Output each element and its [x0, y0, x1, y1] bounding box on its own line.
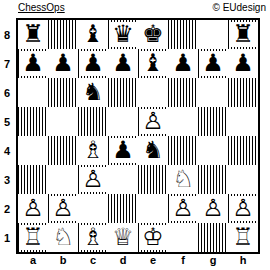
rank-label-8: 8 — [0, 20, 14, 49]
rank-labels: 87654321 — [0, 20, 14, 252]
black-pawn-d4: ♟ — [112, 138, 134, 163]
white-pawn-b2: ♙ — [52, 196, 74, 221]
piece-patch: ♝ — [80, 22, 106, 47]
square-b2: ♙ — [48, 194, 78, 223]
square-h7: ♟ — [228, 49, 258, 78]
piece-patch: ♟ — [230, 51, 256, 76]
rank-label-4: 4 — [0, 136, 14, 165]
file-label-f: f — [168, 253, 198, 267]
square-c2 — [78, 194, 108, 223]
white-knight-b1: ♘ — [52, 225, 74, 250]
square-a3 — [18, 165, 48, 194]
square-h1: ♖ — [228, 223, 258, 252]
piece-patch: ♕ — [110, 225, 136, 250]
square-b6 — [48, 78, 78, 107]
square-c4: ♗ — [78, 136, 108, 165]
piece-patch: ♙ — [50, 196, 76, 221]
piece-patch: ♟ — [20, 51, 46, 76]
square-d6 — [108, 78, 138, 107]
piece-patch: ♖ — [20, 225, 46, 250]
file-label-d: d — [108, 253, 138, 267]
rank-label-2: 2 — [0, 194, 14, 223]
square-g3 — [198, 165, 228, 194]
file-label-e: e — [138, 253, 168, 267]
square-f6 — [168, 78, 198, 107]
square-h4 — [228, 136, 258, 165]
black-pawn-b7: ♟ — [52, 51, 74, 76]
piece-patch: ♙ — [140, 109, 166, 134]
black-pawn-c7: ♟ — [82, 51, 104, 76]
piece-patch: ♙ — [80, 167, 106, 192]
square-a8: ♜ — [18, 20, 48, 49]
piece-patch: ♞ — [140, 138, 166, 163]
square-c6: ♞ — [78, 78, 108, 107]
square-c8: ♝ — [78, 20, 108, 49]
piece-patch: ♗ — [80, 225, 106, 250]
black-pawn-g7: ♟ — [202, 51, 224, 76]
square-e3 — [138, 165, 168, 194]
chess-board: ♜♝♛♚♜♟♟♟♟♝♟♟♟♞♙♗♟♞♙♘♙♙♙♙♙♖♘♗♕♔♖ — [16, 18, 260, 254]
square-c5 — [78, 107, 108, 136]
square-e4: ♞ — [138, 136, 168, 165]
square-g4 — [198, 136, 228, 165]
square-f1 — [168, 223, 198, 252]
white-knight-f3: ♘ — [172, 167, 194, 192]
square-c1: ♗ — [78, 223, 108, 252]
square-f8 — [168, 20, 198, 49]
square-a6 — [18, 78, 48, 107]
white-rook-a1: ♖ — [22, 225, 44, 250]
piece-patch: ♙ — [170, 196, 196, 221]
file-label-b: b — [48, 253, 78, 267]
rank-label-1: 1 — [0, 223, 14, 252]
black-pawn-f7: ♟ — [172, 51, 194, 76]
square-e7: ♝ — [138, 49, 168, 78]
piece-patch: ♙ — [230, 196, 256, 221]
white-pawn-a2: ♙ — [22, 196, 44, 221]
file-label-a: a — [18, 253, 48, 267]
square-g2: ♙ — [198, 194, 228, 223]
square-a2: ♙ — [18, 194, 48, 223]
piece-patch: ♘ — [50, 225, 76, 250]
square-b3 — [48, 165, 78, 194]
piece-patch: ♗ — [80, 138, 106, 163]
white-bishop-c4: ♗ — [82, 138, 104, 163]
square-c7: ♟ — [78, 49, 108, 78]
rank-label-3: 3 — [0, 165, 14, 194]
file-label-h: h — [228, 253, 258, 267]
white-queen-d1: ♕ — [112, 225, 134, 250]
white-pawn-g2: ♙ — [202, 196, 224, 221]
square-d3 — [108, 165, 138, 194]
piece-patch: ♝ — [140, 51, 166, 76]
square-g1 — [198, 223, 228, 252]
square-g7: ♟ — [198, 49, 228, 78]
piece-patch: ♜ — [20, 22, 46, 47]
white-pawn-f2: ♙ — [172, 196, 194, 221]
square-d5 — [108, 107, 138, 136]
square-b4 — [48, 136, 78, 165]
square-f3: ♘ — [168, 165, 198, 194]
square-b1: ♘ — [48, 223, 78, 252]
black-bishop-c8: ♝ — [82, 22, 104, 47]
piece-patch: ♚ — [140, 22, 166, 47]
square-g8 — [198, 20, 228, 49]
piece-patch: ♟ — [170, 51, 196, 76]
piece-patch: ♙ — [200, 196, 226, 221]
square-e2 — [138, 194, 168, 223]
piece-patch: ♟ — [110, 51, 136, 76]
piece-patch: ♔ — [140, 225, 166, 250]
rank-label-5: 5 — [0, 107, 14, 136]
square-h5 — [228, 107, 258, 136]
white-pawn-c3: ♙ — [82, 167, 104, 192]
square-e8: ♚ — [138, 20, 168, 49]
copyright-label: © EUdesign — [212, 2, 266, 13]
black-knight-e4: ♞ — [142, 138, 164, 163]
square-a4 — [18, 136, 48, 165]
square-e6 — [138, 78, 168, 107]
black-knight-c6: ♞ — [82, 80, 104, 105]
square-e5: ♙ — [138, 107, 168, 136]
square-g6 — [198, 78, 228, 107]
square-c3: ♙ — [78, 165, 108, 194]
square-f7: ♟ — [168, 49, 198, 78]
square-g5 — [198, 107, 228, 136]
square-f5 — [168, 107, 198, 136]
white-pawn-h2: ♙ — [232, 196, 254, 221]
piece-patch: ♖ — [230, 225, 256, 250]
black-rook-h8: ♜ — [232, 22, 254, 47]
square-d7: ♟ — [108, 49, 138, 78]
square-h3 — [228, 165, 258, 194]
piece-patch: ♙ — [20, 196, 46, 221]
file-label-g: g — [198, 253, 228, 267]
rank-label-6: 6 — [0, 78, 14, 107]
black-rook-a8: ♜ — [22, 22, 44, 47]
square-d1: ♕ — [108, 223, 138, 252]
piece-patch: ♟ — [110, 138, 136, 163]
square-d8: ♛ — [108, 20, 138, 49]
square-h8: ♜ — [228, 20, 258, 49]
piece-patch: ♞ — [80, 80, 106, 105]
black-pawn-d7: ♟ — [112, 51, 134, 76]
white-pawn-e5: ♙ — [142, 109, 164, 134]
black-bishop-e7: ♝ — [142, 51, 164, 76]
white-rook-h1: ♖ — [232, 225, 254, 250]
black-queen-d8: ♛ — [112, 22, 134, 47]
piece-patch: ♛ — [110, 22, 136, 47]
square-d4: ♟ — [108, 136, 138, 165]
white-bishop-c1: ♗ — [82, 225, 104, 250]
square-b5 — [48, 107, 78, 136]
piece-patch: ♟ — [50, 51, 76, 76]
square-h6 — [228, 78, 258, 107]
square-a5 — [18, 107, 48, 136]
black-pawn-h7: ♟ — [232, 51, 254, 76]
square-a7: ♟ — [18, 49, 48, 78]
square-a1: ♖ — [18, 223, 48, 252]
piece-patch: ♟ — [200, 51, 226, 76]
square-e1: ♔ — [138, 223, 168, 252]
square-f4 — [168, 136, 198, 165]
square-b8 — [48, 20, 78, 49]
black-king-e8: ♚ — [142, 22, 164, 47]
square-b7: ♟ — [48, 49, 78, 78]
app-title-link[interactable]: ChessOps — [18, 2, 65, 13]
black-pawn-a7: ♟ — [22, 51, 44, 76]
file-label-c: c — [78, 253, 108, 267]
file-labels: abcdefgh — [18, 253, 258, 267]
rank-label-7: 7 — [0, 49, 14, 78]
square-f2: ♙ — [168, 194, 198, 223]
piece-patch: ♟ — [80, 51, 106, 76]
piece-patch: ♜ — [230, 22, 256, 47]
square-h2: ♙ — [228, 194, 258, 223]
piece-patch: ♘ — [170, 167, 196, 192]
square-d2 — [108, 194, 138, 223]
white-king-e1: ♔ — [142, 225, 164, 250]
